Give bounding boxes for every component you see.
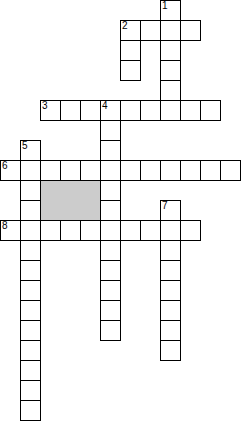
grid-cell[interactable] xyxy=(160,240,181,261)
grid-cell[interactable]: 2 xyxy=(120,20,141,41)
grid-cell[interactable] xyxy=(100,200,121,221)
grid-cell[interactable] xyxy=(160,100,181,121)
grid-cell[interactable] xyxy=(20,340,41,361)
grid-cell[interactable]: 8 xyxy=(0,220,21,241)
grid-cell[interactable] xyxy=(160,80,181,101)
grid-cell[interactable] xyxy=(20,300,41,321)
grid-cell[interactable] xyxy=(100,140,121,161)
grid-cell[interactable] xyxy=(160,60,181,81)
grid-cell[interactable] xyxy=(180,220,201,241)
cell-number: 4 xyxy=(102,101,108,111)
grid-cell[interactable] xyxy=(100,260,121,281)
grid-cell[interactable] xyxy=(120,60,141,81)
grid-cell[interactable] xyxy=(200,160,221,181)
grid-cell[interactable] xyxy=(20,400,41,421)
crossword-board: 12345678 xyxy=(0,0,241,421)
grid-cell[interactable] xyxy=(180,160,201,181)
cell-number: 2 xyxy=(122,21,128,31)
grid-cell[interactable] xyxy=(160,40,181,61)
grid-cell[interactable]: 7 xyxy=(160,200,181,221)
grid-cell[interactable] xyxy=(100,240,121,261)
grid-cell[interactable] xyxy=(60,160,81,181)
grid-cell[interactable]: 1 xyxy=(160,0,181,21)
grid-cell[interactable] xyxy=(40,160,61,181)
grid-cell[interactable] xyxy=(160,220,181,241)
grid-cell[interactable] xyxy=(180,100,201,121)
grid-cell[interactable] xyxy=(20,260,41,281)
grid-cell[interactable] xyxy=(160,260,181,281)
grid-cell[interactable] xyxy=(20,360,41,381)
grid-cell[interactable] xyxy=(60,220,81,241)
grid-cell[interactable] xyxy=(20,280,41,301)
cell-number: 7 xyxy=(162,201,168,211)
grid-cell[interactable] xyxy=(100,160,121,181)
grid-cell[interactable] xyxy=(80,160,101,181)
grid-cell[interactable] xyxy=(120,160,141,181)
grid-cell[interactable] xyxy=(20,220,41,241)
grid-cell[interactable] xyxy=(100,280,121,301)
cell-number: 6 xyxy=(2,161,8,171)
grid-cell[interactable] xyxy=(160,300,181,321)
grid-cell[interactable] xyxy=(100,220,121,241)
grid-cell[interactable] xyxy=(40,220,61,241)
grid-cell[interactable] xyxy=(120,40,141,61)
grid-cell[interactable] xyxy=(160,160,181,181)
grid-cell[interactable] xyxy=(180,20,201,41)
grid-cell[interactable]: 4 xyxy=(100,100,121,121)
grid-cell[interactable] xyxy=(80,220,101,241)
grid-cell[interactable] xyxy=(220,160,241,181)
grid-cell[interactable] xyxy=(200,100,221,121)
grid-cell[interactable] xyxy=(140,160,161,181)
grid-cell[interactable] xyxy=(100,180,121,201)
grid-cell[interactable] xyxy=(120,100,141,121)
grid-cell[interactable] xyxy=(20,200,41,221)
grid-cell[interactable] xyxy=(20,320,41,341)
grid-cell[interactable] xyxy=(160,340,181,361)
grid-cell[interactable] xyxy=(140,20,161,41)
grid-cell[interactable]: 3 xyxy=(40,100,61,121)
cell-number: 8 xyxy=(2,221,8,231)
grid-cell[interactable] xyxy=(160,20,181,41)
grid-cell[interactable] xyxy=(120,220,141,241)
grid-cell[interactable] xyxy=(140,220,161,241)
cell-number: 5 xyxy=(22,141,28,151)
grid-cell[interactable] xyxy=(160,280,181,301)
blocked-region xyxy=(40,180,101,221)
grid-cell[interactable] xyxy=(140,100,161,121)
grid-cell[interactable] xyxy=(20,380,41,401)
cell-number: 3 xyxy=(42,101,48,111)
grid-cell[interactable] xyxy=(80,100,101,121)
cell-number: 1 xyxy=(162,1,168,11)
grid-cell[interactable] xyxy=(100,300,121,321)
grid-cell[interactable] xyxy=(100,320,121,341)
grid-cell[interactable] xyxy=(100,120,121,141)
grid-cell[interactable] xyxy=(20,180,41,201)
grid-cell[interactable] xyxy=(20,240,41,261)
grid-cell[interactable] xyxy=(160,320,181,341)
grid-cell[interactable]: 5 xyxy=(20,140,41,161)
grid-cell[interactable] xyxy=(20,160,41,181)
grid-cell[interactable] xyxy=(60,100,81,121)
grid-cell[interactable]: 6 xyxy=(0,160,21,181)
